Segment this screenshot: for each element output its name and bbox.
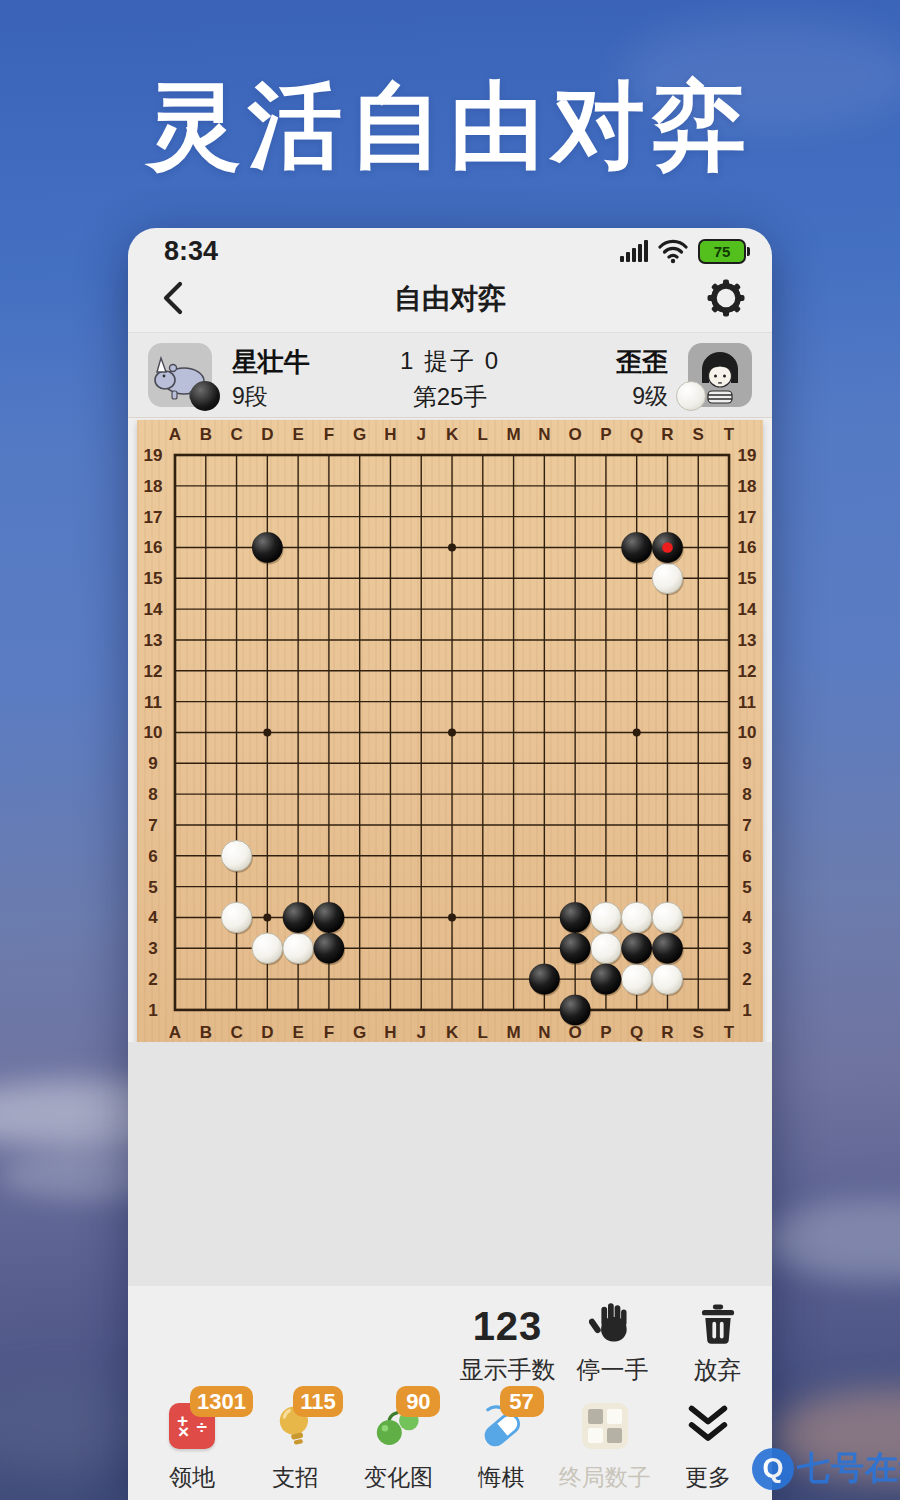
svg-text:1: 1	[148, 1001, 157, 1020]
svg-text:H: H	[384, 1023, 396, 1042]
svg-text:E: E	[292, 1023, 303, 1042]
hint-badge: 115	[293, 1386, 343, 1417]
svg-text:18: 18	[738, 477, 757, 496]
svg-text:R: R	[661, 1023, 673, 1042]
game-status: 1 提子 0 第25手	[128, 333, 772, 417]
more-button[interactable]: 更多	[658, 1390, 758, 1498]
svg-text:D: D	[261, 425, 273, 444]
white-player-avatar	[688, 343, 752, 407]
svg-text:17: 17	[144, 508, 163, 527]
phone-screen: 8:34 75 自由对弈	[128, 228, 772, 1500]
svg-text:18: 18	[144, 477, 163, 496]
signal-icon	[620, 240, 648, 262]
cloud-band-right	[760, 1200, 900, 1280]
variation-diagram-button[interactable]: 90 变化图	[348, 1390, 448, 1498]
undo-button[interactable]: 57 悔棋	[452, 1390, 552, 1498]
hint-button[interactable]: 115 支招	[245, 1390, 345, 1498]
pass-button[interactable]: 停一手	[560, 1286, 665, 1386]
go-board[interactable]: AABBCCDDEEFFGGHHJJKKLLMMNNOOPPQQRRSSTT19…	[137, 420, 763, 1042]
svg-text:10: 10	[738, 723, 757, 742]
svg-text:H: H	[384, 425, 396, 444]
svg-text:A: A	[169, 1023, 181, 1042]
territory-button[interactable]: 1301 + ÷ × 领地	[142, 1390, 242, 1498]
player-info-bar: 星壮牛 9段 1 提子 0 第25手 歪歪 9级	[128, 332, 772, 418]
hand-icon	[589, 1298, 637, 1348]
svg-text:M: M	[506, 1023, 520, 1042]
territory-badge: 1301	[190, 1386, 253, 1417]
svg-text:K: K	[446, 1023, 459, 1042]
toolbar-secondary: 1301 + ÷ × 领地 115	[128, 1390, 772, 1498]
numbers-123-icon: 123	[473, 1304, 543, 1348]
svg-text:7: 7	[742, 816, 751, 835]
svg-text:12: 12	[738, 662, 757, 681]
toolbar-primary: 123 显示手数 停一手	[128, 1286, 772, 1386]
svg-text:N: N	[538, 1023, 550, 1042]
svg-text:16: 16	[738, 538, 757, 557]
svg-text:4: 4	[148, 908, 158, 927]
svg-text:B: B	[200, 1023, 212, 1042]
nav-bar: 自由对弈	[128, 270, 772, 326]
svg-text:L: L	[478, 1023, 488, 1042]
svg-text:19: 19	[144, 446, 163, 465]
svg-text:P: P	[600, 1023, 611, 1042]
battery-icon: 75	[698, 239, 746, 264]
svg-text:4: 4	[742, 908, 752, 927]
svg-text:P: P	[600, 425, 611, 444]
svg-text:13: 13	[738, 631, 757, 650]
svg-text:14: 14	[738, 600, 757, 619]
board-lower-panel	[128, 1042, 772, 1286]
svg-text:G: G	[353, 425, 366, 444]
captures-line: 1 提子 0	[128, 345, 772, 377]
white-player-rank: 9级	[632, 381, 668, 412]
svg-text:C: C	[230, 1023, 242, 1042]
svg-text:T: T	[724, 425, 735, 444]
svg-text:J: J	[417, 425, 426, 444]
variation-badge: 90	[396, 1386, 440, 1417]
svg-text:3: 3	[148, 939, 157, 958]
svg-text:15: 15	[738, 569, 757, 588]
svg-text:5: 5	[148, 878, 157, 897]
white-stone-badge	[676, 381, 706, 411]
show-move-numbers-button[interactable]: 123 显示手数	[455, 1286, 560, 1386]
svg-text:11: 11	[144, 693, 162, 712]
watermark-logo: Q	[752, 1448, 794, 1490]
chevrons-down-icon	[684, 1404, 732, 1448]
svg-text:K: K	[446, 425, 459, 444]
svg-text:S: S	[693, 425, 704, 444]
svg-text:A: A	[169, 425, 181, 444]
svg-text:15: 15	[144, 569, 163, 588]
svg-text:12: 12	[144, 662, 163, 681]
svg-text:E: E	[292, 425, 303, 444]
trash-icon	[695, 1300, 741, 1348]
svg-text:9: 9	[148, 754, 157, 773]
hero-title: 灵活自由对弈	[0, 72, 900, 180]
svg-text:2: 2	[742, 970, 751, 989]
svg-text:D: D	[261, 1023, 273, 1042]
svg-text:16: 16	[144, 538, 163, 557]
svg-text:R: R	[661, 425, 673, 444]
svg-text:2: 2	[148, 970, 157, 989]
clock-time: 8:34	[164, 236, 218, 267]
svg-text:T: T	[724, 1023, 735, 1042]
svg-text:6: 6	[148, 847, 157, 866]
svg-text:G: G	[353, 1023, 366, 1042]
svg-text:14: 14	[144, 600, 163, 619]
svg-text:19: 19	[738, 446, 757, 465]
svg-text:13: 13	[144, 631, 163, 650]
settings-gear-icon[interactable]	[706, 278, 746, 318]
count-grid-icon	[582, 1403, 628, 1449]
resign-button[interactable]: 放弃	[665, 1286, 770, 1386]
svg-text:8: 8	[742, 785, 751, 804]
svg-text:S: S	[693, 1023, 704, 1042]
svg-text:8: 8	[148, 785, 157, 804]
svg-text:O: O	[569, 425, 582, 444]
svg-text:6: 6	[742, 847, 751, 866]
screenshot-stage: 灵活自由对弈 8:34 75 自由对弈	[0, 0, 900, 1500]
svg-text:N: N	[538, 425, 550, 444]
svg-text:Q: Q	[630, 425, 643, 444]
svg-text:9: 9	[742, 754, 751, 773]
svg-text:11: 11	[738, 693, 756, 712]
svg-text:17: 17	[738, 508, 757, 527]
svg-text:M: M	[506, 425, 520, 444]
svg-text:5: 5	[742, 878, 751, 897]
status-bar: 8:34 75	[128, 228, 772, 270]
watermark-text: 七号在线	[797, 1446, 900, 1491]
svg-text:1: 1	[742, 1001, 751, 1020]
svg-text:Q: Q	[630, 1023, 643, 1042]
svg-text:B: B	[200, 425, 212, 444]
svg-text:10: 10	[144, 723, 163, 742]
watermark: Q 七号在线	[752, 1446, 900, 1491]
white-player-name: 歪歪	[616, 345, 668, 380]
svg-text:J: J	[417, 1023, 426, 1042]
page-title: 自由对弈	[128, 280, 772, 318]
wifi-icon	[658, 238, 688, 264]
svg-text:C: C	[230, 425, 242, 444]
undo-badge: 57	[500, 1386, 544, 1417]
svg-text:F: F	[324, 1023, 334, 1042]
svg-text:L: L	[478, 425, 488, 444]
svg-text:7: 7	[148, 816, 157, 835]
final-count-button: 终局数子	[555, 1390, 655, 1498]
svg-text:3: 3	[742, 939, 751, 958]
svg-text:F: F	[324, 425, 334, 444]
